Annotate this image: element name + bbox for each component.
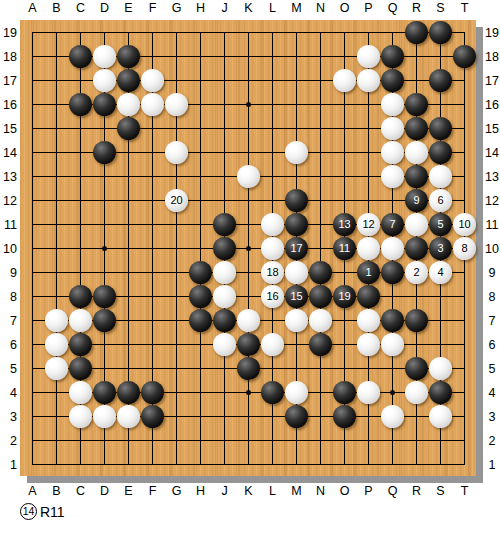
coord-right-4: 4 bbox=[484, 386, 500, 400]
coord-right-9: 9 bbox=[484, 266, 500, 280]
stone-black-R19 bbox=[405, 21, 428, 44]
stone-white-E16 bbox=[117, 93, 140, 116]
stone-black-F4 bbox=[141, 381, 164, 404]
stone-black-R7 bbox=[405, 309, 428, 332]
coord-right-10: 10 bbox=[484, 242, 500, 256]
stone-black-L4 bbox=[261, 381, 284, 404]
stone-white-L11 bbox=[261, 213, 284, 236]
stone-black-P9: 1 bbox=[357, 261, 380, 284]
stone-white-J9 bbox=[213, 261, 236, 284]
coord-right-16: 16 bbox=[484, 98, 500, 112]
coord-top-C: C bbox=[71, 1, 91, 15]
coord-left-8: 8 bbox=[0, 290, 17, 304]
coord-left-5: 5 bbox=[0, 362, 17, 376]
coord-bottom-E: E bbox=[119, 484, 139, 498]
stone-white-D18 bbox=[93, 45, 116, 68]
coord-right-18: 18 bbox=[484, 50, 500, 64]
stone-white-D17 bbox=[93, 69, 116, 92]
stone-white-M14 bbox=[285, 141, 308, 164]
stone-white-Q13 bbox=[381, 165, 404, 188]
coord-top-N: N bbox=[311, 1, 331, 15]
stone-black-F3 bbox=[141, 405, 164, 428]
coord-top-S: S bbox=[431, 1, 451, 15]
star-point-K4 bbox=[246, 390, 251, 395]
coord-bottom-L: L bbox=[263, 484, 283, 498]
stone-black-R5 bbox=[405, 357, 428, 380]
stone-black-D14 bbox=[93, 141, 116, 164]
grid-line-vertical bbox=[320, 32, 321, 465]
stone-white-P4 bbox=[357, 381, 380, 404]
coord-bottom-J: J bbox=[215, 484, 235, 498]
stone-black-R16 bbox=[405, 93, 428, 116]
coord-left-2: 2 bbox=[0, 434, 17, 448]
stone-black-C5 bbox=[69, 357, 92, 380]
coord-left-17: 17 bbox=[0, 74, 17, 88]
stone-black-R10 bbox=[405, 237, 428, 260]
coord-right-5: 5 bbox=[484, 362, 500, 376]
coord-left-9: 9 bbox=[0, 266, 17, 280]
coord-top-R: R bbox=[407, 1, 427, 15]
stone-white-Q10 bbox=[381, 237, 404, 260]
stone-white-N7 bbox=[309, 309, 332, 332]
stone-black-M11 bbox=[285, 213, 308, 236]
coord-top-G: G bbox=[167, 1, 187, 15]
coord-right-1: 1 bbox=[484, 458, 500, 472]
stone-black-C18 bbox=[69, 45, 92, 68]
coord-left-11: 11 bbox=[0, 218, 17, 232]
stone-white-M9 bbox=[285, 261, 308, 284]
stone-black-C8 bbox=[69, 285, 92, 308]
coord-right-13: 13 bbox=[484, 170, 500, 184]
coord-bottom-F: F bbox=[143, 484, 163, 498]
stone-black-Q7 bbox=[381, 309, 404, 332]
star-point-Q4 bbox=[390, 390, 395, 395]
coord-bottom-O: O bbox=[335, 484, 355, 498]
stone-white-G14 bbox=[165, 141, 188, 164]
grid-line-horizontal bbox=[32, 440, 465, 441]
white-stone-icon: 14 bbox=[20, 503, 37, 520]
stone-white-B7 bbox=[45, 309, 68, 332]
coord-left-15: 15 bbox=[0, 122, 17, 136]
stone-white-S5 bbox=[429, 357, 452, 380]
stone-white-O17 bbox=[333, 69, 356, 92]
stone-black-N6 bbox=[309, 333, 332, 356]
stone-white-Q6 bbox=[381, 333, 404, 356]
coord-left-1: 1 bbox=[0, 458, 17, 472]
coord-left-10: 10 bbox=[0, 242, 17, 256]
stone-black-S10: 3 bbox=[429, 237, 452, 260]
stone-black-M10: 17 bbox=[285, 237, 308, 260]
coord-left-13: 13 bbox=[0, 170, 17, 184]
coord-right-19: 19 bbox=[484, 26, 500, 40]
star-point-D10 bbox=[102, 246, 107, 251]
coord-left-12: 12 bbox=[0, 194, 17, 208]
stone-white-K7 bbox=[237, 309, 260, 332]
stone-black-N9 bbox=[309, 261, 332, 284]
coord-top-O: O bbox=[335, 1, 355, 15]
stone-black-P8 bbox=[357, 285, 380, 308]
stone-black-E15 bbox=[117, 117, 140, 140]
coord-top-T: T bbox=[455, 1, 475, 15]
stone-white-S12: 6 bbox=[429, 189, 452, 212]
star-point-K16 bbox=[246, 102, 251, 107]
coord-top-L: L bbox=[263, 1, 283, 15]
stone-white-C4 bbox=[69, 381, 92, 404]
stone-white-F17 bbox=[141, 69, 164, 92]
stone-white-B6 bbox=[45, 333, 68, 356]
coord-bottom-M: M bbox=[287, 484, 307, 498]
stone-white-J6 bbox=[213, 333, 236, 356]
coord-top-D: D bbox=[95, 1, 115, 15]
stone-black-H8 bbox=[189, 285, 212, 308]
stone-white-S9: 4 bbox=[429, 261, 452, 284]
stone-black-H9 bbox=[189, 261, 212, 284]
stone-black-D7 bbox=[93, 309, 116, 332]
stone-black-R15 bbox=[405, 117, 428, 140]
stone-black-M12 bbox=[285, 189, 308, 212]
stone-white-L9: 18 bbox=[261, 261, 284, 284]
stone-black-S19 bbox=[429, 21, 452, 44]
stone-white-P18 bbox=[357, 45, 380, 68]
stone-black-D16 bbox=[93, 93, 116, 116]
stone-black-J7 bbox=[213, 309, 236, 332]
coord-left-6: 6 bbox=[0, 338, 17, 352]
coord-top-F: F bbox=[143, 1, 163, 15]
stone-white-T10: 8 bbox=[453, 237, 476, 260]
stone-white-L10 bbox=[261, 237, 284, 260]
stone-white-P10 bbox=[357, 237, 380, 260]
stone-white-Q3 bbox=[381, 405, 404, 428]
coord-left-16: 16 bbox=[0, 98, 17, 112]
stone-white-R9: 2 bbox=[405, 261, 428, 284]
stone-black-O3 bbox=[333, 405, 356, 428]
coord-bottom-C: C bbox=[71, 484, 91, 498]
stone-black-S4 bbox=[429, 381, 452, 404]
coord-right-2: 2 bbox=[484, 434, 500, 448]
coord-right-12: 12 bbox=[484, 194, 500, 208]
coord-left-7: 7 bbox=[0, 314, 17, 328]
stone-white-S13 bbox=[429, 165, 452, 188]
stone-black-O4 bbox=[333, 381, 356, 404]
star-point-K10 bbox=[246, 246, 251, 251]
coord-top-M: M bbox=[287, 1, 307, 15]
stone-black-R13 bbox=[405, 165, 428, 188]
coord-top-P: P bbox=[359, 1, 379, 15]
stone-white-G16 bbox=[165, 93, 188, 116]
coord-bottom-S: S bbox=[431, 484, 451, 498]
coord-left-4: 4 bbox=[0, 386, 17, 400]
stone-white-C3 bbox=[69, 405, 92, 428]
stone-white-J8 bbox=[213, 285, 236, 308]
stone-black-Q17 bbox=[381, 69, 404, 92]
stone-black-M3 bbox=[285, 405, 308, 428]
coord-right-14: 14 bbox=[484, 146, 500, 160]
stone-black-D4 bbox=[93, 381, 116, 404]
coord-top-B: B bbox=[47, 1, 67, 15]
stone-white-K13 bbox=[237, 165, 260, 188]
stone-black-E4 bbox=[117, 381, 140, 404]
stone-white-R11 bbox=[405, 213, 428, 236]
move-annotation: 14 R11 bbox=[20, 503, 65, 520]
stone-black-E18 bbox=[117, 45, 140, 68]
coord-bottom-H: H bbox=[191, 484, 211, 498]
stone-white-G12: 20 bbox=[165, 189, 188, 212]
stone-white-P7 bbox=[357, 309, 380, 332]
stone-white-P11: 12 bbox=[357, 213, 380, 236]
stone-white-F16 bbox=[141, 93, 164, 116]
stone-black-Q9 bbox=[381, 261, 404, 284]
stone-white-L6 bbox=[261, 333, 284, 356]
stone-white-S3 bbox=[429, 405, 452, 428]
coord-bottom-P: P bbox=[359, 484, 379, 498]
stone-white-Q14 bbox=[381, 141, 404, 164]
stone-white-R4 bbox=[405, 381, 428, 404]
stone-white-M7 bbox=[285, 309, 308, 332]
stone-black-S15 bbox=[429, 117, 452, 140]
stone-black-O10: 11 bbox=[333, 237, 356, 260]
coord-top-K: K bbox=[239, 1, 259, 15]
stone-white-B5 bbox=[45, 357, 68, 380]
stone-black-D8 bbox=[93, 285, 116, 308]
stone-white-P17 bbox=[357, 69, 380, 92]
stone-black-J10 bbox=[213, 237, 236, 260]
stone-black-S11: 5 bbox=[429, 213, 452, 236]
stone-white-E3 bbox=[117, 405, 140, 428]
stone-black-N8 bbox=[309, 285, 332, 308]
coord-bottom-T: T bbox=[455, 484, 475, 498]
stone-black-O11: 13 bbox=[333, 213, 356, 236]
stone-white-M4 bbox=[285, 381, 308, 404]
stone-black-K6 bbox=[237, 333, 260, 356]
stone-black-C16 bbox=[69, 93, 92, 116]
coord-left-3: 3 bbox=[0, 410, 17, 424]
stone-black-S17 bbox=[429, 69, 452, 92]
coord-left-14: 14 bbox=[0, 146, 17, 160]
stone-black-R12: 9 bbox=[405, 189, 428, 212]
grid-line-horizontal bbox=[32, 464, 465, 465]
coord-right-6: 6 bbox=[484, 338, 500, 352]
go-diagram: 20961312751017113818124161519 14 R11 AAB… bbox=[0, 0, 500, 537]
go-board[interactable]: 20961312751017113818124161519 bbox=[20, 20, 476, 476]
move-coordinate: R11 bbox=[40, 504, 65, 520]
move-number: 14 bbox=[23, 506, 35, 517]
stone-black-Q11: 7 bbox=[381, 213, 404, 236]
coord-top-Q: Q bbox=[383, 1, 403, 15]
coord-right-3: 3 bbox=[484, 410, 500, 424]
stone-black-J11 bbox=[213, 213, 236, 236]
coord-right-17: 17 bbox=[484, 74, 500, 88]
coord-top-E: E bbox=[119, 1, 139, 15]
coord-right-11: 11 bbox=[484, 218, 500, 232]
stone-white-P6 bbox=[357, 333, 380, 356]
stone-white-L8: 16 bbox=[261, 285, 284, 308]
stone-black-H7 bbox=[189, 309, 212, 332]
coord-bottom-Q: Q bbox=[383, 484, 403, 498]
coord-top-H: H bbox=[191, 1, 211, 15]
stone-white-Q15 bbox=[381, 117, 404, 140]
coord-left-19: 19 bbox=[0, 26, 17, 40]
coord-right-8: 8 bbox=[484, 290, 500, 304]
stone-white-R14 bbox=[405, 141, 428, 164]
coord-bottom-K: K bbox=[239, 484, 259, 498]
stone-black-E17 bbox=[117, 69, 140, 92]
coord-bottom-R: R bbox=[407, 484, 427, 498]
coord-left-18: 18 bbox=[0, 50, 17, 64]
stone-black-S14 bbox=[429, 141, 452, 164]
coord-top-J: J bbox=[215, 1, 235, 15]
coord-bottom-D: D bbox=[95, 484, 115, 498]
coord-bottom-N: N bbox=[311, 484, 331, 498]
stone-black-O8: 19 bbox=[333, 285, 356, 308]
stone-white-T11: 10 bbox=[453, 213, 476, 236]
coord-right-7: 7 bbox=[484, 314, 500, 328]
coord-bottom-G: G bbox=[167, 484, 187, 498]
stone-black-T18 bbox=[453, 45, 476, 68]
coord-right-15: 15 bbox=[484, 122, 500, 136]
stone-white-D3 bbox=[93, 405, 116, 428]
stone-white-Q16 bbox=[381, 93, 404, 116]
stone-black-K5 bbox=[237, 357, 260, 380]
stone-black-M8: 15 bbox=[285, 285, 308, 308]
coord-bottom-A: A bbox=[23, 484, 43, 498]
stone-black-Q18 bbox=[381, 45, 404, 68]
stone-white-C7 bbox=[69, 309, 92, 332]
coord-top-A: A bbox=[23, 1, 43, 15]
stone-black-C6 bbox=[69, 333, 92, 356]
coord-bottom-B: B bbox=[47, 484, 67, 498]
